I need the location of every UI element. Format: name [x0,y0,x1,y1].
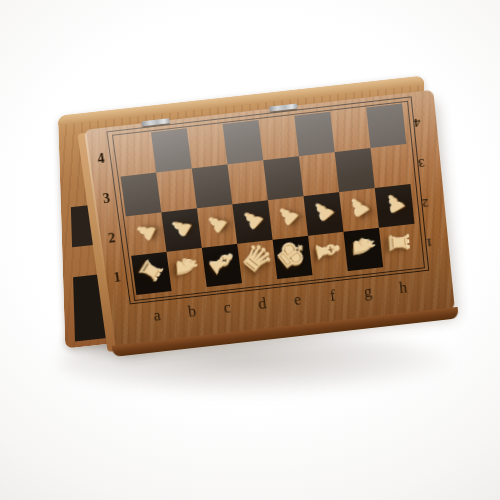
rank-label-right-2: 2 [421,194,429,210]
square-c3[interactable] [192,164,233,208]
square-f3[interactable] [299,152,339,196]
file-label-c: c [223,299,232,317]
square-b4[interactable] [151,128,192,172]
square-g4[interactable] [330,108,370,153]
white-knight-g1[interactable]: ♞ [349,234,377,259]
file-label-a: a [152,307,161,325]
square-d3[interactable] [227,160,267,204]
file-label-d: d [257,295,267,313]
white-knight-b1[interactable]: ♞ [172,253,201,278]
rank-label-left-3: 3 [102,190,111,206]
rank-label-right-1: 1 [425,234,433,250]
square-d4[interactable] [223,120,264,164]
square-e3[interactable] [263,156,303,200]
rank-label-right-3: 3 [417,154,425,170]
chess-board[interactable]: 43214321abcdefgh ♟♟♟♟♟♟♟♟♜♞♝♛♚♝♞♜ [84,90,455,348]
rank-label-left-4: 4 [96,150,105,166]
white-bishop-f1[interactable]: ♝ [310,233,346,266]
square-a3[interactable] [121,173,162,217]
file-label-h: h [398,279,408,297]
square-b3[interactable] [156,168,197,212]
square-e4[interactable] [258,116,299,160]
square-h3[interactable] [370,144,410,188]
rank-label-right-4: 4 [413,114,421,131]
rank-label-left-1: 1 [113,269,122,285]
rank-label-left-2: 2 [107,230,116,246]
white-rook-h1[interactable]: ♜ [385,230,412,255]
square-h4[interactable] [366,103,406,148]
file-label-f: f [329,287,336,305]
square-f4[interactable] [294,112,334,156]
board-face: 43214321abcdefgh ♟♟♟♟♟♟♟♟♜♞♝♛♚♝♞♜ [84,90,455,348]
file-label-g: g [363,283,373,301]
square-c4[interactable] [187,124,228,168]
square-g3[interactable] [335,148,375,192]
file-label-b: b [187,303,197,321]
product-photo-stage: 43214321abcdefgh ♟♟♟♟♟♟♟♟♜♞♝♛♚♝♞♜ [0,0,500,500]
square-a4[interactable] [115,132,156,176]
file-label-e: e [293,291,302,309]
